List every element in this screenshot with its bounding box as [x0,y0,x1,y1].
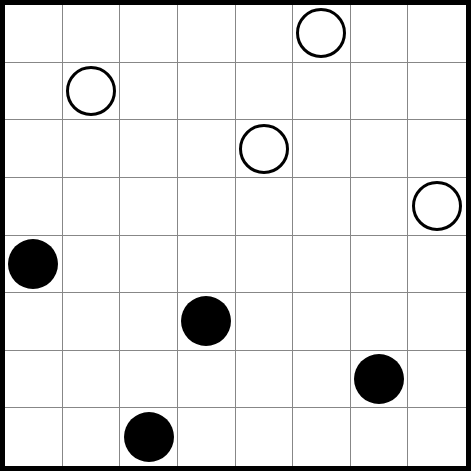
masyu-board [0,0,471,471]
cell-r3c5[interactable] [293,178,351,236]
cell-r5c2[interactable] [120,293,178,351]
white-pearl-r1c1 [66,66,116,116]
cell-r5c7[interactable] [408,293,466,351]
cell-r4c6[interactable] [351,236,409,294]
cell-r0c2[interactable] [120,5,178,63]
cell-r2c1[interactable] [63,120,121,178]
cell-r6c0[interactable] [5,351,63,409]
cell-r3c6[interactable] [351,178,409,236]
cell-r2c5[interactable] [293,120,351,178]
cell-r5c4[interactable] [236,293,294,351]
cell-r5c3[interactable] [178,293,236,351]
cell-r4c1[interactable] [63,236,121,294]
white-pearl-r0c5 [296,8,346,58]
cell-r1c5[interactable] [293,63,351,121]
cell-r6c3[interactable] [178,351,236,409]
cell-r0c5[interactable] [293,5,351,63]
cell-r6c5[interactable] [293,351,351,409]
cell-r5c5[interactable] [293,293,351,351]
cell-r3c2[interactable] [120,178,178,236]
cell-r0c1[interactable] [63,5,121,63]
cell-r2c0[interactable] [5,120,63,178]
black-pearl-r6c6 [354,354,404,404]
white-pearl-r2c4 [239,124,289,174]
cell-r1c3[interactable] [178,63,236,121]
cell-r5c1[interactable] [63,293,121,351]
cell-r6c2[interactable] [120,351,178,409]
cell-r7c3[interactable] [178,408,236,466]
cell-r4c2[interactable] [120,236,178,294]
cell-r2c4[interactable] [236,120,294,178]
cell-r6c1[interactable] [63,351,121,409]
black-pearl-r7c2 [124,412,174,462]
cell-r6c6[interactable] [351,351,409,409]
cell-r4c0[interactable] [5,236,63,294]
cell-r3c7[interactable] [408,178,466,236]
cell-r7c5[interactable] [293,408,351,466]
cell-r1c1[interactable] [63,63,121,121]
cell-r1c4[interactable] [236,63,294,121]
cell-r1c6[interactable] [351,63,409,121]
cell-r3c0[interactable] [5,178,63,236]
cell-r0c7[interactable] [408,5,466,63]
cell-r0c0[interactable] [5,5,63,63]
cell-r4c3[interactable] [178,236,236,294]
cell-r7c7[interactable] [408,408,466,466]
cell-r3c4[interactable] [236,178,294,236]
cell-r4c5[interactable] [293,236,351,294]
cell-r7c0[interactable] [5,408,63,466]
cell-r3c3[interactable] [178,178,236,236]
cell-r2c3[interactable] [178,120,236,178]
cell-r7c6[interactable] [351,408,409,466]
cell-r2c6[interactable] [351,120,409,178]
cell-r2c7[interactable] [408,120,466,178]
cell-r0c4[interactable] [236,5,294,63]
cell-r1c2[interactable] [120,63,178,121]
cell-r0c3[interactable] [178,5,236,63]
cell-r5c6[interactable] [351,293,409,351]
cell-r4c7[interactable] [408,236,466,294]
black-pearl-r5c3 [181,296,231,346]
cell-r7c1[interactable] [63,408,121,466]
cell-r3c1[interactable] [63,178,121,236]
white-pearl-r3c7 [412,181,462,231]
cell-r5c0[interactable] [5,293,63,351]
cell-r1c7[interactable] [408,63,466,121]
cell-r1c0[interactable] [5,63,63,121]
cell-r4c4[interactable] [236,236,294,294]
cell-r7c4[interactable] [236,408,294,466]
cell-r6c4[interactable] [236,351,294,409]
cell-r7c2[interactable] [120,408,178,466]
black-pearl-r4c0 [8,239,58,289]
cell-r0c6[interactable] [351,5,409,63]
cell-r2c2[interactable] [120,120,178,178]
cell-r6c7[interactable] [408,351,466,409]
